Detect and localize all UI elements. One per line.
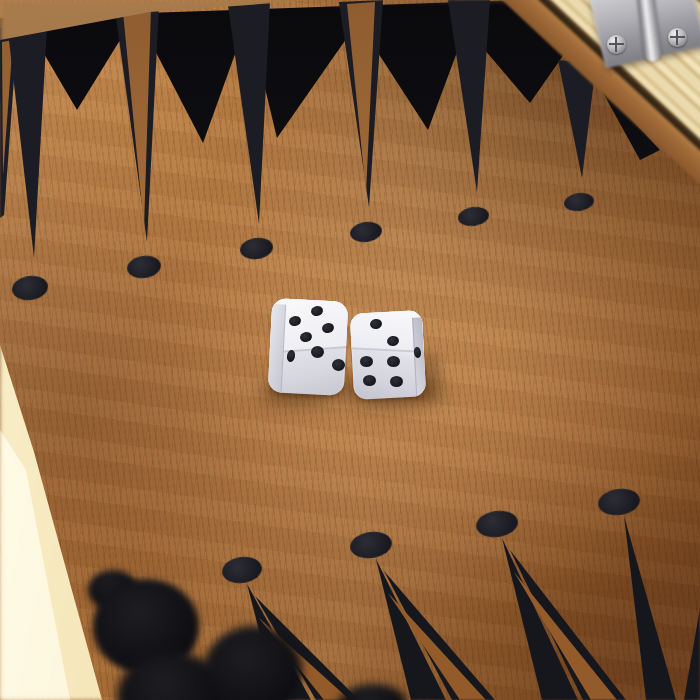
die-pip	[363, 375, 376, 386]
screw-icon	[607, 35, 626, 54]
hinge-barrel	[635, 0, 662, 62]
backgammon-photo	[0, 0, 700, 700]
die-pip	[332, 359, 345, 371]
screw-icon	[668, 28, 687, 47]
die-pip	[360, 356, 373, 367]
die-left[interactable]	[268, 298, 349, 396]
die-pip	[311, 346, 324, 358]
die-pip	[387, 356, 400, 367]
die-pip	[390, 376, 403, 387]
